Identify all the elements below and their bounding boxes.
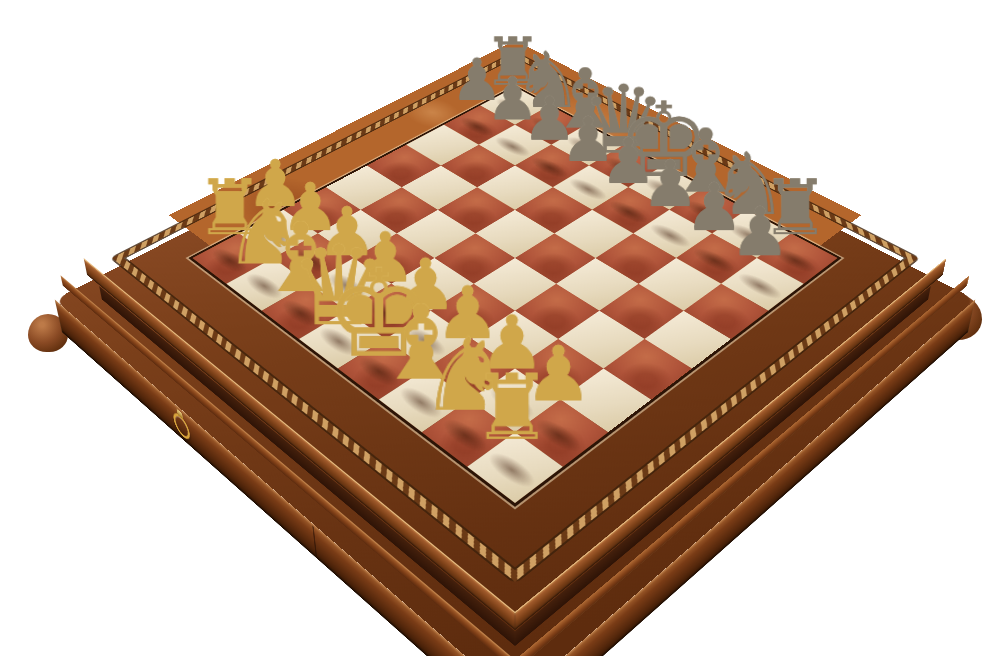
drawer-ring-pull[interactable] <box>172 409 192 444</box>
drawer-seam <box>312 525 317 557</box>
silver-pawn[interactable]: ♟ <box>696 171 823 286</box>
product-photo-stage: ♜♞♝♛♚♝♞♜♟♟♟♟♟♟♟♟♟♟♟♟♟♟♟♟♜♞♝♛♚♝♞♜ <box>0 0 1000 656</box>
gold-rook[interactable]: ♜ <box>438 337 585 470</box>
case-top-surface: ♜♞♝♛♚♝♞♜♟♟♟♟♟♟♟♟♟♟♟♟♟♟♟♟♜♞♝♛♚♝♞♜ <box>84 41 947 612</box>
